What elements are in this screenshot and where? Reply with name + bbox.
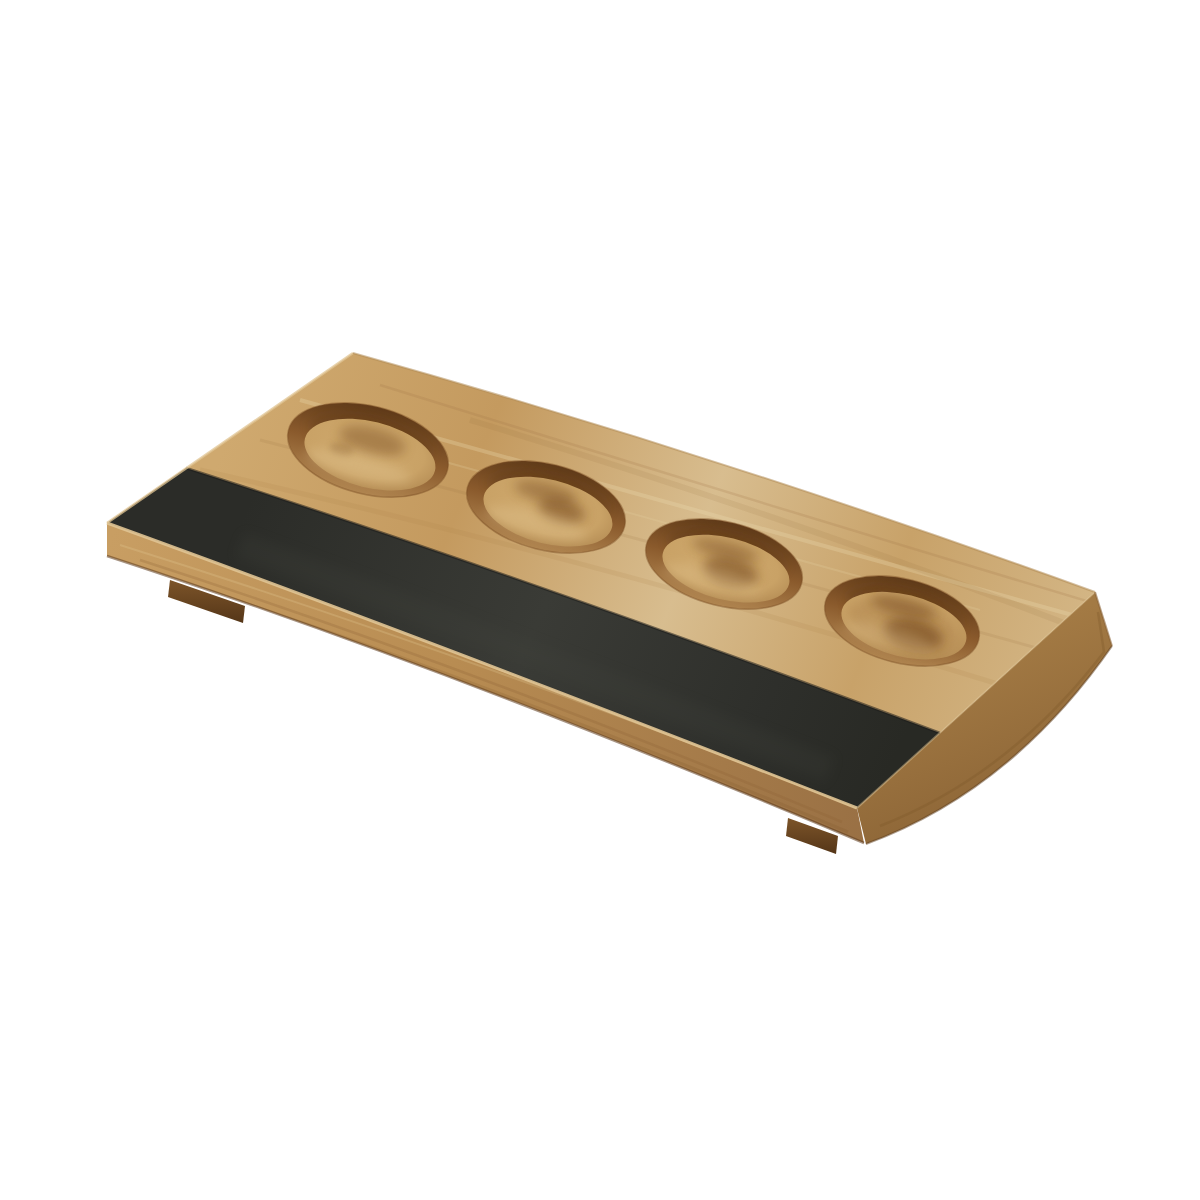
- flight-tray-illustration: [0, 0, 1200, 1200]
- product-photo-canvas: [0, 0, 1200, 1200]
